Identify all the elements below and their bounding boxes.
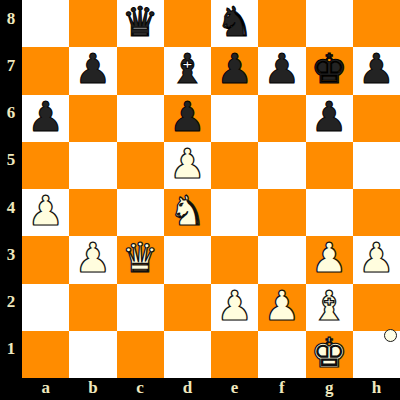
square-h5[interactable] xyxy=(353,142,400,189)
square-b4[interactable] xyxy=(69,189,116,236)
square-e8[interactable]: ♞ xyxy=(211,0,258,47)
black-pawn-h7: ♟ xyxy=(358,46,395,93)
file-label-g: g xyxy=(306,377,353,399)
black-bishop-d7: ♝ xyxy=(169,46,206,93)
white-bishop-g2: ♝ xyxy=(311,283,348,330)
square-e4[interactable] xyxy=(211,189,258,236)
black-knight-e8: ♞ xyxy=(216,0,253,46)
white-to-move-indicator xyxy=(384,329,397,342)
square-h8[interactable] xyxy=(353,0,400,47)
square-g3[interactable]: ♟ xyxy=(306,236,353,283)
square-f2[interactable]: ♟ xyxy=(258,284,305,331)
square-e3[interactable] xyxy=(211,236,258,283)
black-pawn-f7: ♟ xyxy=(263,46,300,93)
square-d5[interactable]: ♟ xyxy=(164,142,211,189)
square-e7[interactable]: ♟ xyxy=(211,47,258,94)
square-a8[interactable] xyxy=(22,0,69,47)
square-f8[interactable] xyxy=(258,0,305,47)
black-king-g7: ♚ xyxy=(311,46,348,93)
black-pawn-d6: ♟ xyxy=(169,94,206,141)
square-d2[interactable] xyxy=(164,284,211,331)
square-c4[interactable] xyxy=(117,189,164,236)
square-a2[interactable] xyxy=(22,284,69,331)
square-a4[interactable]: ♟ xyxy=(22,189,69,236)
square-a1[interactable] xyxy=(22,331,69,378)
square-d6[interactable]: ♟ xyxy=(164,95,211,142)
square-g8[interactable] xyxy=(306,0,353,47)
square-g1[interactable]: ♚ xyxy=(306,331,353,378)
square-g2[interactable]: ♝ xyxy=(306,284,353,331)
square-d3[interactable] xyxy=(164,236,211,283)
square-f5[interactable] xyxy=(258,142,305,189)
square-h2[interactable] xyxy=(353,284,400,331)
square-a7[interactable] xyxy=(22,47,69,94)
black-queen-c8: ♛ xyxy=(122,0,159,46)
square-g7[interactable]: ♚ xyxy=(306,47,353,94)
square-c2[interactable] xyxy=(117,284,164,331)
white-pawn-d5: ♟ xyxy=(169,141,206,188)
rank-label-2: 2 xyxy=(0,279,22,326)
square-d7[interactable]: ♝ xyxy=(164,47,211,94)
square-d8[interactable] xyxy=(164,0,211,47)
square-g5[interactable] xyxy=(306,142,353,189)
file-label-a: a xyxy=(22,377,69,399)
board: ♛♞♟♝♟♟♚♟♟♟♟♟♟♞♟♛♟♟♟♟♝♚ xyxy=(22,0,400,378)
square-e6[interactable] xyxy=(211,95,258,142)
file-label-f: f xyxy=(258,377,305,399)
square-f3[interactable] xyxy=(258,236,305,283)
file-label-e: e xyxy=(211,377,258,399)
file-label-h: h xyxy=(353,377,400,399)
square-c1[interactable] xyxy=(117,331,164,378)
square-d1[interactable] xyxy=(164,331,211,378)
rank-label-4: 4 xyxy=(0,184,22,231)
white-pawn-h3: ♟ xyxy=(358,235,395,282)
square-b3[interactable]: ♟ xyxy=(69,236,116,283)
white-king-g1: ♚ xyxy=(311,330,348,377)
square-e5[interactable] xyxy=(211,142,258,189)
black-pawn-g6: ♟ xyxy=(311,94,348,141)
square-f6[interactable] xyxy=(258,95,305,142)
white-knight-d4: ♞ xyxy=(169,188,206,235)
square-b5[interactable] xyxy=(69,142,116,189)
chess-diagram: 87654321 ♛♞♟♝♟♟♚♟♟♟♟♟♟♞♟♛♟♟♟♟♝♚ abcdefgh xyxy=(0,0,400,400)
square-c3[interactable]: ♛ xyxy=(117,236,164,283)
square-b8[interactable] xyxy=(69,0,116,47)
square-a6[interactable]: ♟ xyxy=(22,95,69,142)
file-labels: abcdefgh xyxy=(22,378,400,400)
square-h6[interactable] xyxy=(353,95,400,142)
square-a5[interactable] xyxy=(22,142,69,189)
square-g6[interactable]: ♟ xyxy=(306,95,353,142)
square-b7[interactable]: ♟ xyxy=(69,47,116,94)
rank-label-7: 7 xyxy=(0,42,22,89)
black-pawn-b7: ♟ xyxy=(74,46,111,93)
white-pawn-f2: ♟ xyxy=(263,283,300,330)
square-b6[interactable] xyxy=(69,95,116,142)
square-h3[interactable]: ♟ xyxy=(353,236,400,283)
square-b2[interactable] xyxy=(69,284,116,331)
square-c8[interactable]: ♛ xyxy=(117,0,164,47)
square-e1[interactable] xyxy=(211,331,258,378)
square-c6[interactable] xyxy=(117,95,164,142)
white-pawn-e2: ♟ xyxy=(216,283,253,330)
square-a3[interactable] xyxy=(22,236,69,283)
white-pawn-b3: ♟ xyxy=(74,235,111,282)
square-d4[interactable]: ♞ xyxy=(164,189,211,236)
rank-labels: 87654321 xyxy=(0,0,22,378)
white-pawn-g3: ♟ xyxy=(311,235,348,282)
file-label-b: b xyxy=(69,377,116,399)
square-f7[interactable]: ♟ xyxy=(258,47,305,94)
rank-label-3: 3 xyxy=(0,231,22,278)
white-queen-c3: ♛ xyxy=(122,235,159,282)
black-pawn-a6: ♟ xyxy=(27,94,64,141)
rank-label-8: 8 xyxy=(0,0,22,42)
white-pawn-a4: ♟ xyxy=(27,188,64,235)
rank-label-1: 1 xyxy=(0,326,22,373)
square-f1[interactable] xyxy=(258,331,305,378)
square-b1[interactable] xyxy=(69,331,116,378)
file-label-d: d xyxy=(164,377,211,399)
square-e2[interactable]: ♟ xyxy=(211,284,258,331)
file-label-c: c xyxy=(117,377,164,399)
square-c5[interactable] xyxy=(117,142,164,189)
black-pawn-e7: ♟ xyxy=(216,46,253,93)
square-h4[interactable] xyxy=(353,189,400,236)
square-g4[interactable] xyxy=(306,189,353,236)
square-c7[interactable] xyxy=(117,47,164,94)
rank-label-5: 5 xyxy=(0,137,22,184)
square-h7[interactable]: ♟ xyxy=(353,47,400,94)
square-f4[interactable] xyxy=(258,189,305,236)
rank-label-6: 6 xyxy=(0,90,22,137)
